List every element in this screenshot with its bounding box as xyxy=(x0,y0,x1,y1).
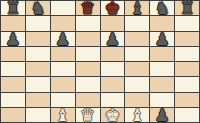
square-d1[interactable]: ♛ xyxy=(76,108,100,122)
white-bishop-icon: ♝ xyxy=(125,107,149,123)
square-h1[interactable] xyxy=(175,108,199,122)
square-d7[interactable] xyxy=(76,16,100,30)
black-pawn-icon: ♟ xyxy=(101,31,125,47)
square-g8[interactable]: ♞ xyxy=(150,1,174,15)
square-g4[interactable] xyxy=(150,62,174,76)
black-bishop-icon: ♝ xyxy=(125,0,149,16)
square-f1[interactable]: ♝ xyxy=(125,108,149,122)
square-a2[interactable] xyxy=(1,93,25,107)
square-b2[interactable] xyxy=(26,93,50,107)
square-f8[interactable]: ♝ xyxy=(125,1,149,15)
square-c5[interactable] xyxy=(51,47,75,61)
square-g2[interactable] xyxy=(150,93,174,107)
square-b6[interactable] xyxy=(26,32,50,46)
square-e5[interactable] xyxy=(101,47,125,61)
chess-game-screen: ♜♞♛♚♝♞♜♟♟♟♟♝♛♚♝♟ xyxy=(0,0,200,123)
square-a5[interactable] xyxy=(1,47,25,61)
square-f4[interactable] xyxy=(125,62,149,76)
black-knight-icon: ♞ xyxy=(26,0,50,16)
square-a8[interactable]: ♜ xyxy=(1,1,25,15)
square-b1[interactable] xyxy=(26,108,50,122)
square-h5[interactable] xyxy=(175,47,199,61)
square-a7[interactable] xyxy=(1,16,25,30)
square-g7[interactable] xyxy=(150,16,174,30)
square-f3[interactable] xyxy=(125,77,149,91)
black-pawn-icon: ♟ xyxy=(1,31,25,47)
square-h2[interactable] xyxy=(175,93,199,107)
square-b3[interactable] xyxy=(26,77,50,91)
square-a1[interactable] xyxy=(1,108,25,122)
square-e3[interactable] xyxy=(101,77,125,91)
square-c8[interactable] xyxy=(51,1,75,15)
black-pawn-icon: ♟ xyxy=(150,107,174,123)
square-f6[interactable] xyxy=(125,32,149,46)
black-rook-icon: ♜ xyxy=(1,0,25,16)
white-bishop-icon: ♝ xyxy=(51,107,75,123)
square-d6[interactable] xyxy=(76,32,100,46)
white-queen-icon: ♛ xyxy=(76,107,100,123)
square-c4[interactable] xyxy=(51,62,75,76)
square-f2[interactable] xyxy=(125,93,149,107)
square-g6[interactable]: ♟ xyxy=(150,32,174,46)
square-f5[interactable] xyxy=(125,47,149,61)
square-a3[interactable] xyxy=(1,77,25,91)
black-pawn-icon: ♟ xyxy=(150,31,174,47)
square-h8[interactable]: ♜ xyxy=(175,1,199,15)
square-g3[interactable] xyxy=(150,77,174,91)
square-g5[interactable] xyxy=(150,47,174,61)
square-b8[interactable]: ♞ xyxy=(26,1,50,15)
square-e2[interactable] xyxy=(101,93,125,107)
square-d8[interactable]: ♛ xyxy=(76,1,100,15)
square-h6[interactable] xyxy=(175,32,199,46)
square-a4[interactable] xyxy=(1,62,25,76)
black-king-icon: ♚ xyxy=(101,0,125,16)
square-a6[interactable]: ♟ xyxy=(1,32,25,46)
white-king-icon: ♚ xyxy=(101,107,125,123)
square-d5[interactable] xyxy=(76,47,100,61)
square-c7[interactable] xyxy=(51,16,75,30)
square-c1[interactable]: ♝ xyxy=(51,108,75,122)
square-c3[interactable] xyxy=(51,77,75,91)
black-queen-icon: ♛ xyxy=(76,0,100,16)
black-pawn-icon: ♟ xyxy=(51,31,75,47)
black-rook-icon: ♜ xyxy=(175,0,199,16)
square-b5[interactable] xyxy=(26,47,50,61)
black-knight-icon: ♞ xyxy=(150,0,174,16)
chess-board: ♜♞♛♚♝♞♜♟♟♟♟♝♛♚♝♟ xyxy=(0,0,200,123)
square-c6[interactable]: ♟ xyxy=(51,32,75,46)
square-g1[interactable]: ♟ xyxy=(150,108,174,122)
square-h3[interactable] xyxy=(175,77,199,91)
square-b4[interactable] xyxy=(26,62,50,76)
square-e6[interactable]: ♟ xyxy=(101,32,125,46)
square-e7[interactable] xyxy=(101,16,125,30)
square-e8[interactable]: ♚ xyxy=(101,1,125,15)
square-d3[interactable] xyxy=(76,77,100,91)
square-d2[interactable] xyxy=(76,93,100,107)
square-f7[interactable] xyxy=(125,16,149,30)
square-c2[interactable] xyxy=(51,93,75,107)
square-h7[interactable] xyxy=(175,16,199,30)
square-e4[interactable] xyxy=(101,62,125,76)
square-d4[interactable] xyxy=(76,62,100,76)
square-h4[interactable] xyxy=(175,62,199,76)
square-e1[interactable]: ♚ xyxy=(101,108,125,122)
square-b7[interactable] xyxy=(26,16,50,30)
